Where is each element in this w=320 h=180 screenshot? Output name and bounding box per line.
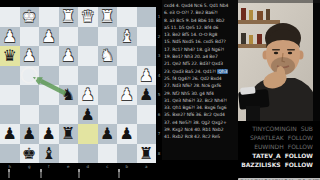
square-g8[interactable]: ♚ (20, 144, 40, 164)
player-tick (118, 169, 120, 178)
square-d5[interactable]: ♟ (78, 85, 98, 105)
black-queen[interactable]: ♛ (0, 46, 20, 66)
file-label-g: g (20, 163, 40, 170)
square-a1[interactable] (137, 7, 157, 27)
move-line-18[interactable]: 39. Kxg2 Nc4 40. Rb1 Nxb2 (164, 126, 238, 133)
white-pawn[interactable]: ♟ (59, 46, 79, 66)
move-line-15[interactable]: 33. Qh1 Bg6?! 34. Bxg6 fxg6 (164, 104, 238, 111)
square-d2[interactable] (78, 27, 98, 47)
square-e1[interactable]: ♜ (59, 7, 79, 27)
event-action: SUB (301, 125, 313, 132)
square-a3[interactable] (137, 46, 157, 66)
white-knight[interactable]: ♞ (98, 46, 118, 66)
square-a7[interactable] (137, 124, 157, 144)
move-line-5[interactable]: 13. Be2 Bf5 14. O-O Rg8 (164, 31, 238, 38)
stream-event-50-bits: PHAENOMENON50 BITS (238, 178, 320, 180)
square-d3[interactable] (78, 46, 98, 66)
square-c4[interactable] (98, 66, 118, 86)
square-h6[interactable] (0, 105, 20, 125)
move-line-13[interactable]: 29. Nf2 Nh5 30. g4 Nf4 (164, 90, 238, 97)
square-g6[interactable] (20, 105, 40, 125)
event-username: BAZZILISKS (241, 161, 281, 168)
square-d8[interactable] (78, 144, 98, 164)
square-c8[interactable] (98, 144, 118, 164)
black-pawn[interactable]: ♟ (20, 124, 40, 144)
square-f6[interactable] (39, 105, 59, 125)
black-bishop[interactable]: ♝ (39, 144, 59, 164)
stream-event-follow: EUWINDHFOLLOW (238, 142, 313, 151)
white-king[interactable]: ♚ (20, 7, 40, 27)
black-pawn[interactable]: ♟ (137, 85, 157, 105)
video-frame: ♚♜♛♜♟♟♝♛♟♟♞♟♞♟♟♟♟♟♟♟♜♟♟♚♝♜ 12345678 hgfe… (0, 0, 320, 180)
black-knight[interactable]: ♞ (59, 85, 79, 105)
square-f3[interactable] (39, 46, 59, 66)
white-pawn[interactable]: ♟ (137, 66, 157, 86)
file-label-d: d (78, 163, 98, 170)
move-line-3[interactable]: 8. a3 Bc5 9. b4 Bb6 10. Bb2 (164, 17, 238, 24)
square-d7[interactable] (78, 124, 98, 144)
square-a5[interactable]: ♟ (137, 85, 157, 105)
event-action: FOLLOW (288, 143, 313, 150)
square-f5[interactable] (39, 85, 59, 105)
square-c7[interactable]: ♟ (98, 124, 118, 144)
stream-events: TINYCOMINGINSUBSPARTLEAKFOLLOWEUWINDHFOL… (238, 121, 320, 180)
square-g4[interactable] (20, 66, 40, 86)
black-pawn[interactable]: ♟ (0, 124, 20, 144)
square-c1[interactable]: ♜ (98, 7, 118, 27)
white-pawn[interactable]: ♟ (39, 27, 59, 47)
move-line-7[interactable]: 17. Rc1? Nh4? 18. g3 Ng6?! (164, 46, 238, 53)
move-line-12[interactable]: 27. Nd3 Nf6? 28. Nc6 gxf6 (164, 82, 238, 89)
square-e2[interactable] (59, 27, 79, 47)
square-f2[interactable]: ♟ (39, 27, 59, 47)
file-label-a: a (137, 163, 157, 170)
square-e8[interactable] (59, 144, 79, 164)
move-line-16[interactable]: 35. Bxe2? Nf6 36. Bc2 Qxd4 (164, 111, 238, 118)
event-action: 50 BITS (298, 178, 320, 180)
move-line-2[interactable]: 6. e3 O-O?! 7. Be2 Ba6?! (164, 9, 238, 16)
square-b5[interactable]: ♟ (117, 85, 137, 105)
square-a6[interactable] (137, 105, 157, 125)
event-action: FOLLOW (285, 152, 313, 159)
black-pawn[interactable]: ♟ (39, 124, 59, 144)
move-line-4[interactable]: a5 11. b5 Qe5 12. Bf4 d6 (164, 24, 238, 31)
square-a8[interactable]: ♜ (137, 144, 157, 164)
square-h1[interactable] (0, 7, 20, 27)
square-d1[interactable]: ♛ (78, 7, 98, 27)
move-line-10[interactable]: 23. Qxd3 Ba5 24. Qd1?! Qh3 (164, 68, 238, 75)
square-f1[interactable] (39, 7, 59, 27)
event-username: EUWINDH (254, 143, 284, 150)
square-h4[interactable] (0, 66, 20, 86)
square-e6[interactable] (59, 105, 79, 125)
event-username: SPARTLEAK (250, 134, 284, 141)
square-c6[interactable] (98, 105, 118, 125)
white-pawn[interactable]: ♟ (0, 27, 20, 47)
chess-board[interactable]: ♚♜♛♜♟♟♝♛♟♟♞♟♞♟♟♟♟♟♟♟♜♟♟♚♝♜ (0, 7, 156, 163)
square-e7[interactable]: ♜ (59, 124, 79, 144)
white-rook[interactable]: ♜ (59, 7, 79, 27)
move-line-6[interactable]: 15. Nd5 Nxd5 16. cxd5 Bd7? (164, 38, 238, 45)
white-queen[interactable]: ♛ (78, 7, 98, 27)
player-tick (8, 169, 10, 178)
square-h7[interactable]: ♟ (0, 124, 20, 144)
black-pawn[interactable]: ♟ (117, 124, 137, 144)
white-bishop[interactable]: ♝ (117, 27, 137, 47)
white-pawn[interactable]: ♟ (117, 85, 137, 105)
square-b8[interactable] (117, 144, 137, 164)
square-b7[interactable]: ♟ (117, 124, 137, 144)
move-line-1[interactable]: cxd4 4. Qxd4 Nc6 5. Qd1 Nb4 (164, 2, 238, 9)
current-move[interactable]: Qh3 (217, 69, 228, 74)
event-action: FOLLOW (285, 161, 313, 168)
square-h3[interactable]: ♛ (0, 46, 20, 66)
event-username: TATEV_A (252, 152, 280, 159)
event-action: FOLLOW (288, 134, 313, 141)
stream-event-follow: SPARTLEAKFOLLOW (238, 133, 313, 142)
square-h5[interactable] (0, 85, 20, 105)
move-line-8[interactable]: 19. Be1? Nh3 20. a4 Be7 (164, 53, 238, 60)
square-b1[interactable] (117, 7, 137, 27)
player-tick (78, 169, 80, 178)
streamer-portrait (238, 0, 320, 122)
square-g5[interactable] (20, 85, 40, 105)
file-label-e: e (59, 163, 79, 170)
move-list: cxd4 4. Qxd4 Nc6 5. Qd1 Nb46. e3 O-O?! 7… (162, 0, 238, 160)
file-label-c: c (98, 163, 118, 170)
stream-event-sub: TINYCOMINGINSUB (238, 124, 313, 133)
square-g1[interactable]: ♚ (20, 7, 40, 27)
move-line-9[interactable]: 21. Qe2 Nf5 22. Bd3? Qxd3 (164, 60, 238, 67)
square-f7[interactable]: ♟ (39, 124, 59, 144)
white-pawn[interactable]: ♟ (78, 85, 98, 105)
event-username: TINYCOMINGIN (252, 125, 297, 132)
event-username: PHAENOMENON (240, 178, 294, 180)
white-pawn[interactable]: ♟ (20, 46, 40, 66)
square-h8[interactable] (0, 144, 20, 164)
square-g7[interactable]: ♟ (20, 124, 40, 144)
square-g3[interactable]: ♟ (20, 46, 40, 66)
stream-event-follow: BAZZILISKSFOLLOW (238, 160, 313, 169)
square-c2[interactable] (98, 27, 118, 47)
square-e4[interactable] (59, 66, 79, 86)
square-f8[interactable]: ♝ (39, 144, 59, 164)
square-b2[interactable]: ♝ (117, 27, 137, 47)
square-e3[interactable]: ♟ (59, 46, 79, 66)
move-line-11[interactable]: 25. f4 Qg4?! 26. Qd2 Bxd4 (164, 75, 238, 82)
square-g2[interactable] (20, 27, 40, 47)
square-b3[interactable] (117, 46, 137, 66)
black-pawn[interactable]: ♟ (98, 124, 118, 144)
square-c3[interactable]: ♞ (98, 46, 118, 66)
black-king[interactable]: ♚ (20, 144, 40, 164)
webcam-panel (238, 0, 320, 122)
player-tick (40, 169, 42, 178)
square-h2[interactable]: ♟ (0, 27, 20, 47)
move-line-17[interactable]: 37. e4 Ne5?! 38. Qg2 Qxg2+ (164, 119, 238, 126)
square-a2[interactable] (137, 27, 157, 47)
square-d6[interactable]: ♟ (78, 105, 98, 125)
black-pawn[interactable]: ♟ (78, 105, 98, 125)
square-b4[interactable] (117, 66, 137, 86)
white-rook[interactable]: ♜ (98, 7, 118, 27)
square-e5[interactable]: ♞ (59, 85, 79, 105)
square-d4[interactable] (78, 66, 98, 86)
square-a4[interactable]: ♟ (137, 66, 157, 86)
square-f4[interactable] (39, 66, 59, 86)
square-c5[interactable] (98, 85, 118, 105)
square-b6[interactable] (117, 105, 137, 125)
move-line-19[interactable]: 41. Rxb2 Rc8 42. Rc2 Re5 (164, 133, 238, 140)
black-rook[interactable]: ♜ (59, 124, 79, 144)
black-rook[interactable]: ♜ (137, 144, 157, 164)
stream-event-follow: TATEV_AFOLLOW (238, 151, 313, 160)
move-line-14[interactable]: 31. Qe3 Nh6?! 32. Bc2 Nh4?! (164, 97, 238, 104)
